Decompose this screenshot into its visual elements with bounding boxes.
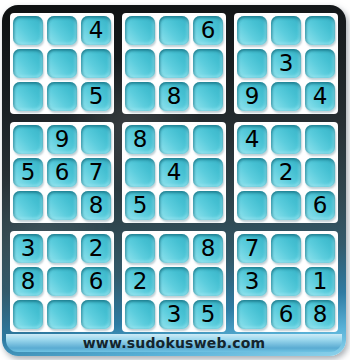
- cell-r8c8[interactable]: [271, 267, 301, 296]
- cell-r9c8[interactable]: 6: [271, 300, 301, 329]
- box-4: 95678: [10, 122, 114, 223]
- cell-r4c7[interactable]: 4: [237, 125, 267, 154]
- cell-r6c8[interactable]: [271, 191, 301, 220]
- cell-r5c5[interactable]: 4: [159, 158, 189, 187]
- cell-r4c8[interactable]: [271, 125, 301, 154]
- cell-r8c5[interactable]: [159, 267, 189, 296]
- cell-r2c8[interactable]: 3: [271, 49, 301, 78]
- cell-r7c3[interactable]: 2: [81, 234, 111, 263]
- cell-r3c1[interactable]: [13, 82, 43, 111]
- box-2: 68: [122, 13, 226, 114]
- cell-r8c2[interactable]: [47, 267, 77, 296]
- cell-r3c9[interactable]: 4: [305, 82, 335, 111]
- cell-r2c5[interactable]: [159, 49, 189, 78]
- cell-r8c3[interactable]: 6: [81, 267, 111, 296]
- cell-r5c8[interactable]: 2: [271, 158, 301, 187]
- box-5: 845: [122, 122, 226, 223]
- cell-r1c6[interactable]: 6: [193, 16, 223, 45]
- cell-r7c4[interactable]: [125, 234, 155, 263]
- cell-r6c6[interactable]: [193, 191, 223, 220]
- cell-r9c1[interactable]: [13, 300, 43, 329]
- cell-r4c3[interactable]: [81, 125, 111, 154]
- cell-r1c3[interactable]: 4: [81, 16, 111, 45]
- cell-r7c9[interactable]: [305, 234, 335, 263]
- cell-r4c2[interactable]: 9: [47, 125, 77, 154]
- cell-r3c7[interactable]: 9: [237, 82, 267, 111]
- box-7: 3286: [10, 231, 114, 332]
- cell-r1c7[interactable]: [237, 16, 267, 45]
- cell-r3c2[interactable]: [47, 82, 77, 111]
- cell-r9c2[interactable]: [47, 300, 77, 329]
- cell-r9c7[interactable]: [237, 300, 267, 329]
- cell-r4c9[interactable]: [305, 125, 335, 154]
- cell-r2c1[interactable]: [13, 49, 43, 78]
- cell-r8c4[interactable]: 2: [125, 267, 155, 296]
- cell-r5c6[interactable]: [193, 158, 223, 187]
- sudoku-grid: 4568394956788454263286823573168: [10, 13, 338, 332]
- cell-r3c5[interactable]: 8: [159, 82, 189, 111]
- cell-r2c6[interactable]: [193, 49, 223, 78]
- cell-r6c5[interactable]: [159, 191, 189, 220]
- cell-r5c7[interactable]: [237, 158, 267, 187]
- cell-r4c5[interactable]: [159, 125, 189, 154]
- cell-r8c6[interactable]: [193, 267, 223, 296]
- box-1: 45: [10, 13, 114, 114]
- cell-r3c6[interactable]: [193, 82, 223, 111]
- footer-bar: www.sudokusweb.com: [6, 334, 342, 352]
- box-3: 394: [234, 13, 338, 114]
- cell-r1c2[interactable]: [47, 16, 77, 45]
- cell-r2c7[interactable]: [237, 49, 267, 78]
- cell-r7c2[interactable]: [47, 234, 77, 263]
- cell-r3c8[interactable]: [271, 82, 301, 111]
- cell-r3c3[interactable]: 5: [81, 82, 111, 111]
- cell-r7c7[interactable]: 7: [237, 234, 267, 263]
- cell-r2c4[interactable]: [125, 49, 155, 78]
- cell-r7c5[interactable]: [159, 234, 189, 263]
- site-url[interactable]: www.sudokusweb.com: [83, 335, 266, 351]
- cell-r8c1[interactable]: 8: [13, 267, 43, 296]
- cell-r2c2[interactable]: [47, 49, 77, 78]
- cell-r1c4[interactable]: [125, 16, 155, 45]
- cell-r6c4[interactable]: 5: [125, 191, 155, 220]
- cell-r5c9[interactable]: [305, 158, 335, 187]
- box-9: 73168: [234, 231, 338, 332]
- cell-r5c4[interactable]: [125, 158, 155, 187]
- cell-r1c1[interactable]: [13, 16, 43, 45]
- cell-r7c6[interactable]: 8: [193, 234, 223, 263]
- cell-r4c6[interactable]: [193, 125, 223, 154]
- cell-r6c9[interactable]: 6: [305, 191, 335, 220]
- cell-r5c3[interactable]: 7: [81, 158, 111, 187]
- cell-r8c9[interactable]: 1: [305, 267, 335, 296]
- sudoku-board: 4568394956788454263286823573168 www.sudo…: [2, 5, 346, 356]
- cell-r4c1[interactable]: [13, 125, 43, 154]
- cell-r6c1[interactable]: [13, 191, 43, 220]
- cell-r1c5[interactable]: [159, 16, 189, 45]
- cell-r9c9[interactable]: 8: [305, 300, 335, 329]
- cell-r2c9[interactable]: [305, 49, 335, 78]
- cell-r7c8[interactable]: [271, 234, 301, 263]
- cell-r9c5[interactable]: 3: [159, 300, 189, 329]
- cell-r6c7[interactable]: [237, 191, 267, 220]
- cell-r9c3[interactable]: [81, 300, 111, 329]
- cell-r1c9[interactable]: [305, 16, 335, 45]
- cell-r2c3[interactable]: [81, 49, 111, 78]
- cell-r8c7[interactable]: 3: [237, 267, 267, 296]
- cell-r3c4[interactable]: [125, 82, 155, 111]
- cell-r7c1[interactable]: 3: [13, 234, 43, 263]
- cell-r5c2[interactable]: 6: [47, 158, 77, 187]
- cell-r4c4[interactable]: 8: [125, 125, 155, 154]
- cell-r6c3[interactable]: 8: [81, 191, 111, 220]
- box-8: 8235: [122, 231, 226, 332]
- cell-r9c6[interactable]: 5: [193, 300, 223, 329]
- cell-r1c8[interactable]: [271, 16, 301, 45]
- cell-r9c4[interactable]: [125, 300, 155, 329]
- cell-r5c1[interactable]: 5: [13, 158, 43, 187]
- box-6: 426: [234, 122, 338, 223]
- cell-r6c2[interactable]: [47, 191, 77, 220]
